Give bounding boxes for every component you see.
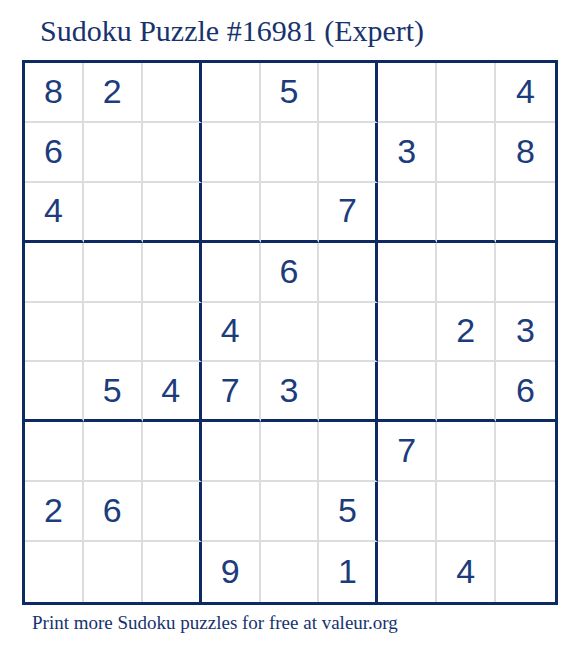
cell-r7c9[interactable] bbox=[496, 422, 555, 482]
cell-r3c3[interactable] bbox=[143, 183, 202, 243]
cell-r8c1[interactable]: 2 bbox=[25, 482, 84, 542]
cell-r1c6[interactable] bbox=[319, 63, 378, 123]
cell-r9c4[interactable]: 9 bbox=[202, 542, 261, 602]
cell-r6c5[interactable]: 3 bbox=[261, 362, 320, 422]
cell-r1c9[interactable]: 4 bbox=[496, 63, 555, 123]
cell-r7c4[interactable] bbox=[202, 422, 261, 482]
cell-r2c5[interactable] bbox=[261, 123, 320, 183]
cell-r4c9[interactable] bbox=[496, 243, 555, 303]
cell-r3c6[interactable]: 7 bbox=[319, 183, 378, 243]
cell-r9c2[interactable] bbox=[84, 542, 143, 602]
cell-r5c3[interactable] bbox=[143, 303, 202, 363]
cell-r2c6[interactable] bbox=[319, 123, 378, 183]
cell-r9c5[interactable] bbox=[261, 542, 320, 602]
cell-r6c7[interactable] bbox=[378, 362, 437, 422]
cell-r1c3[interactable] bbox=[143, 63, 202, 123]
footer-credit: Print more Sudoku puzzles for free at va… bbox=[32, 612, 398, 634]
cell-r8c4[interactable] bbox=[202, 482, 261, 542]
cell-r3c7[interactable] bbox=[378, 183, 437, 243]
cell-r4c6[interactable] bbox=[319, 243, 378, 303]
cell-r9c1[interactable] bbox=[25, 542, 84, 602]
cell-r1c5[interactable]: 5 bbox=[261, 63, 320, 123]
cell-r6c1[interactable] bbox=[25, 362, 84, 422]
cell-r7c5[interactable] bbox=[261, 422, 320, 482]
cell-r7c8[interactable] bbox=[437, 422, 496, 482]
cell-r6c6[interactable] bbox=[319, 362, 378, 422]
cell-r5c1[interactable] bbox=[25, 303, 84, 363]
cell-r3c1[interactable]: 4 bbox=[25, 183, 84, 243]
cell-r7c7[interactable]: 7 bbox=[378, 422, 437, 482]
cell-r2c1[interactable]: 6 bbox=[25, 123, 84, 183]
cell-r8c8[interactable] bbox=[437, 482, 496, 542]
cell-r7c3[interactable] bbox=[143, 422, 202, 482]
cell-r6c3[interactable]: 4 bbox=[143, 362, 202, 422]
cell-r7c6[interactable] bbox=[319, 422, 378, 482]
cell-r6c4[interactable]: 7 bbox=[202, 362, 261, 422]
cell-r5c2[interactable] bbox=[84, 303, 143, 363]
cell-r8c5[interactable] bbox=[261, 482, 320, 542]
cell-r3c4[interactable] bbox=[202, 183, 261, 243]
cell-r1c2[interactable]: 2 bbox=[84, 63, 143, 123]
cell-r7c2[interactable] bbox=[84, 422, 143, 482]
cell-r1c8[interactable] bbox=[437, 63, 496, 123]
cell-r1c1[interactable]: 8 bbox=[25, 63, 84, 123]
cell-r9c6[interactable]: 1 bbox=[319, 542, 378, 602]
cell-r7c1[interactable] bbox=[25, 422, 84, 482]
cell-r2c3[interactable] bbox=[143, 123, 202, 183]
cell-r8c2[interactable]: 6 bbox=[84, 482, 143, 542]
cell-r6c8[interactable] bbox=[437, 362, 496, 422]
cell-r5c9[interactable]: 3 bbox=[496, 303, 555, 363]
cell-r4c8[interactable] bbox=[437, 243, 496, 303]
cell-r4c4[interactable] bbox=[202, 243, 261, 303]
cell-r1c7[interactable] bbox=[378, 63, 437, 123]
cell-r9c3[interactable] bbox=[143, 542, 202, 602]
cell-r4c1[interactable] bbox=[25, 243, 84, 303]
cell-r8c6[interactable]: 5 bbox=[319, 482, 378, 542]
cell-r2c8[interactable] bbox=[437, 123, 496, 183]
cell-r5c4[interactable]: 4 bbox=[202, 303, 261, 363]
cell-r9c8[interactable]: 4 bbox=[437, 542, 496, 602]
page-title: Sudoku Puzzle #16981 (Expert) bbox=[40, 14, 424, 48]
cell-r5c7[interactable] bbox=[378, 303, 437, 363]
cell-r2c4[interactable] bbox=[202, 123, 261, 183]
cell-r8c9[interactable] bbox=[496, 482, 555, 542]
cell-r4c2[interactable] bbox=[84, 243, 143, 303]
cell-r6c2[interactable]: 5 bbox=[84, 362, 143, 422]
cell-r1c4[interactable] bbox=[202, 63, 261, 123]
cell-r3c9[interactable] bbox=[496, 183, 555, 243]
cell-r4c3[interactable] bbox=[143, 243, 202, 303]
cell-r3c2[interactable] bbox=[84, 183, 143, 243]
cell-r2c9[interactable]: 8 bbox=[496, 123, 555, 183]
cell-r4c7[interactable] bbox=[378, 243, 437, 303]
sudoku-page: Sudoku Puzzle #16981 (Expert) 8254638476… bbox=[0, 0, 580, 651]
cell-r3c5[interactable] bbox=[261, 183, 320, 243]
cell-r5c5[interactable] bbox=[261, 303, 320, 363]
cell-r2c2[interactable] bbox=[84, 123, 143, 183]
cell-r8c7[interactable] bbox=[378, 482, 437, 542]
cell-r5c6[interactable] bbox=[319, 303, 378, 363]
sudoku-board: 8254638476423547367265914 bbox=[22, 60, 558, 605]
cell-r4c5[interactable]: 6 bbox=[261, 243, 320, 303]
cell-r5c8[interactable]: 2 bbox=[437, 303, 496, 363]
cell-r9c7[interactable] bbox=[378, 542, 437, 602]
cell-r8c3[interactable] bbox=[143, 482, 202, 542]
cell-r6c9[interactable]: 6 bbox=[496, 362, 555, 422]
cell-r3c8[interactable] bbox=[437, 183, 496, 243]
cell-r2c7[interactable]: 3 bbox=[378, 123, 437, 183]
cell-r9c9[interactable] bbox=[496, 542, 555, 602]
